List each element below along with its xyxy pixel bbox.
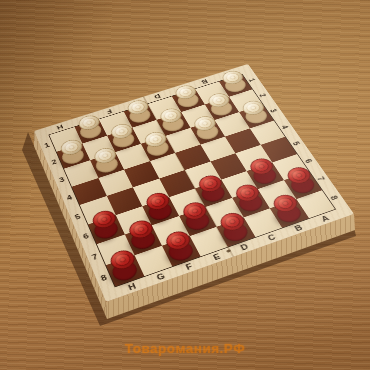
rank-label-right-8: 8 — [318, 188, 350, 206]
watermark: Товаромания.РФ — [0, 341, 370, 356]
product-photo: HHGGFFEEDDCCBBAA1122334455667788 Товаром… — [0, 0, 370, 370]
